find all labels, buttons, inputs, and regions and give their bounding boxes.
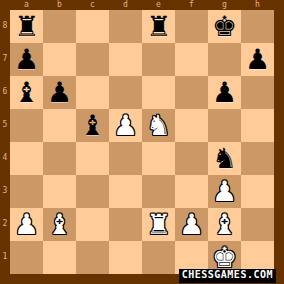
white-pawn: ♟	[109, 109, 142, 142]
square-c3[interactable]	[76, 175, 109, 208]
square-d7[interactable]	[109, 43, 142, 76]
black-pawn: ♟	[241, 43, 274, 76]
square-e1[interactable]	[142, 241, 175, 274]
rank-label-2: 2	[0, 208, 10, 241]
file-label-d: d	[109, 0, 142, 10]
square-a1[interactable]	[10, 241, 43, 274]
square-g6[interactable]: ♟	[208, 76, 241, 109]
square-g7[interactable]	[208, 43, 241, 76]
square-g2[interactable]: ♝	[208, 208, 241, 241]
square-h3[interactable]	[241, 175, 274, 208]
square-h8[interactable]	[241, 10, 274, 43]
square-d8[interactable]	[109, 10, 142, 43]
rank-label-8: 8	[0, 10, 10, 43]
file-label-b: b	[43, 0, 76, 10]
square-f7[interactable]	[175, 43, 208, 76]
square-f5[interactable]	[175, 109, 208, 142]
file-label-h: h	[241, 0, 274, 10]
rank-label-1: 1	[0, 241, 10, 274]
square-a6[interactable]: ♝	[10, 76, 43, 109]
square-h2[interactable]	[241, 208, 274, 241]
square-c2[interactable]	[76, 208, 109, 241]
square-c8[interactable]	[76, 10, 109, 43]
square-c7[interactable]	[76, 43, 109, 76]
white-pawn: ♟	[10, 208, 43, 241]
square-d1[interactable]	[109, 241, 142, 274]
square-b7[interactable]	[43, 43, 76, 76]
square-b6[interactable]: ♟	[43, 76, 76, 109]
file-label-a: a	[10, 0, 43, 10]
rank-label-7: 7	[0, 43, 10, 76]
rank-labels: 87654321	[0, 10, 10, 274]
file-label-g: g	[208, 0, 241, 10]
square-b8[interactable]	[43, 10, 76, 43]
white-bishop: ♝	[43, 208, 76, 241]
square-e7[interactable]	[142, 43, 175, 76]
rank-label-4: 4	[0, 142, 10, 175]
black-pawn: ♟	[208, 76, 241, 109]
file-labels: abcdefgh	[10, 0, 274, 10]
square-e2[interactable]: ♜	[142, 208, 175, 241]
square-e8[interactable]: ♜	[142, 10, 175, 43]
square-h5[interactable]	[241, 109, 274, 142]
square-b1[interactable]	[43, 241, 76, 274]
rank-label-3: 3	[0, 175, 10, 208]
square-f6[interactable]	[175, 76, 208, 109]
square-c5[interactable]: ♝	[76, 109, 109, 142]
square-h4[interactable]	[241, 142, 274, 175]
black-pawn: ♟	[43, 76, 76, 109]
square-g8[interactable]: ♚	[208, 10, 241, 43]
white-bishop: ♝	[208, 208, 241, 241]
square-e4[interactable]	[142, 142, 175, 175]
square-d3[interactable]	[109, 175, 142, 208]
file-label-f: f	[175, 0, 208, 10]
square-g4[interactable]: ♞	[208, 142, 241, 175]
square-e6[interactable]	[142, 76, 175, 109]
black-rook: ♜	[10, 10, 43, 43]
white-pawn: ♟	[175, 208, 208, 241]
file-label-e: e	[142, 0, 175, 10]
square-e5[interactable]: ♞	[142, 109, 175, 142]
chessgames-watermark: CHESSGAMES.COM	[179, 269, 276, 283]
square-b4[interactable]	[43, 142, 76, 175]
square-f3[interactable]	[175, 175, 208, 208]
square-d5[interactable]: ♟	[109, 109, 142, 142]
square-h7[interactable]: ♟	[241, 43, 274, 76]
file-label-c: c	[76, 0, 109, 10]
chess-board-diagram: abcdefgh 87654321 ♜♜♚♟♟♝♟♟♝♟♞♞♟♟♝♜♟♝♚ CH…	[0, 0, 284, 284]
square-a7[interactable]: ♟	[10, 43, 43, 76]
square-c4[interactable]	[76, 142, 109, 175]
white-pawn: ♟	[208, 175, 241, 208]
black-pawn: ♟	[10, 43, 43, 76]
square-e3[interactable]	[142, 175, 175, 208]
white-knight: ♞	[142, 109, 175, 142]
black-rook: ♜	[142, 10, 175, 43]
square-c6[interactable]	[76, 76, 109, 109]
square-a4[interactable]	[10, 142, 43, 175]
square-f8[interactable]	[175, 10, 208, 43]
rank-label-5: 5	[0, 109, 10, 142]
square-f4[interactable]	[175, 142, 208, 175]
rank-label-6: 6	[0, 76, 10, 109]
square-g3[interactable]: ♟	[208, 175, 241, 208]
black-king: ♚	[208, 10, 241, 43]
square-d6[interactable]	[109, 76, 142, 109]
square-d4[interactable]	[109, 142, 142, 175]
chess-board: ♜♜♚♟♟♝♟♟♝♟♞♞♟♟♝♜♟♝♚	[10, 10, 274, 274]
square-b3[interactable]	[43, 175, 76, 208]
square-a2[interactable]: ♟	[10, 208, 43, 241]
square-a3[interactable]	[10, 175, 43, 208]
black-knight: ♞	[208, 142, 241, 175]
square-h6[interactable]	[241, 76, 274, 109]
square-b5[interactable]	[43, 109, 76, 142]
square-f2[interactable]: ♟	[175, 208, 208, 241]
square-a8[interactable]: ♜	[10, 10, 43, 43]
square-d2[interactable]	[109, 208, 142, 241]
black-bishop: ♝	[76, 109, 109, 142]
square-g5[interactable]	[208, 109, 241, 142]
black-bishop: ♝	[10, 76, 43, 109]
square-c1[interactable]	[76, 241, 109, 274]
white-rook: ♜	[142, 208, 175, 241]
square-a5[interactable]	[10, 109, 43, 142]
square-b2[interactable]: ♝	[43, 208, 76, 241]
